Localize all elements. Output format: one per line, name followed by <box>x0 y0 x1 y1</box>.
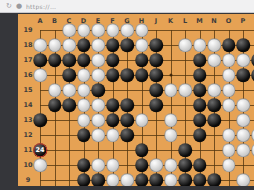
row-label-18: 18 <box>23 42 32 49</box>
white-stone-P17[interactable] <box>236 53 250 67</box>
black-stone-Q17[interactable] <box>251 53 254 67</box>
row-label-13: 13 <box>23 117 32 124</box>
black-stone-L10[interactable] <box>178 158 192 172</box>
black-stone-N13[interactable] <box>207 113 221 127</box>
row-label-16: 16 <box>23 72 32 79</box>
black-stone-B14[interactable] <box>48 98 62 112</box>
black-stone-C17[interactable] <box>62 53 76 67</box>
black-stone-H9[interactable] <box>135 173 149 186</box>
black-stone-D18[interactable] <box>77 38 91 52</box>
black-stone-D9[interactable] <box>77 173 91 186</box>
black-stone-B17[interactable] <box>48 53 62 67</box>
white-stone-E16[interactable] <box>91 68 105 82</box>
row-label-10: 10 <box>23 162 32 169</box>
white-stone-H13[interactable] <box>135 113 149 127</box>
black-stone-P18[interactable] <box>236 38 250 52</box>
white-stone-O11[interactable] <box>222 143 236 157</box>
black-stone-G18[interactable] <box>120 38 134 52</box>
white-stone-F9[interactable] <box>106 173 120 186</box>
col-label-N: N <box>211 18 216 25</box>
lock-icon: ● <box>16 3 22 10</box>
white-stone-F12[interactable] <box>106 128 120 142</box>
white-stone-P13[interactable] <box>236 113 250 127</box>
white-stone-E18[interactable] <box>91 38 105 52</box>
white-stone-A16[interactable] <box>33 68 47 82</box>
white-stone-E14[interactable] <box>91 98 105 112</box>
black-stone-F13[interactable] <box>106 113 120 127</box>
white-stone-P12[interactable] <box>236 128 250 142</box>
white-stone-E10[interactable] <box>91 158 105 172</box>
screenshot-root: ↻ ● https://… ABCDEFGHJKLMNOP19181716151… <box>0 0 254 190</box>
black-stone-N9[interactable] <box>207 173 221 186</box>
black-stone-D10[interactable] <box>77 158 91 172</box>
white-stone-G19[interactable] <box>120 23 134 37</box>
white-stone-L18[interactable] <box>178 38 192 52</box>
white-stone-D14[interactable] <box>77 98 91 112</box>
white-stone-F10[interactable] <box>106 158 120 172</box>
white-stone-O15[interactable] <box>222 83 236 97</box>
row-label-12: 12 <box>23 132 32 139</box>
white-stone-G9[interactable] <box>120 173 134 186</box>
row-label-19: 19 <box>23 27 32 34</box>
black-stone-H10[interactable] <box>135 158 149 172</box>
white-stone-E17[interactable] <box>91 53 105 67</box>
white-stone-N17[interactable] <box>207 53 221 67</box>
white-stone-Q12[interactable] <box>251 128 254 142</box>
black-stone-M15[interactable] <box>193 83 207 97</box>
black-stone-C14[interactable] <box>62 98 76 112</box>
white-stone-M18[interactable] <box>193 38 207 52</box>
white-stone-B15[interactable] <box>48 83 62 97</box>
row-label-15: 15 <box>23 87 32 94</box>
col-label-L: L <box>183 18 187 25</box>
black-stone-P16[interactable] <box>236 68 250 82</box>
white-stone-H18[interactable] <box>135 38 149 52</box>
col-label-K: K <box>168 18 173 25</box>
white-stone-O14[interactable] <box>222 98 236 112</box>
black-stone-D17[interactable] <box>77 53 91 67</box>
black-stone-A13[interactable] <box>33 113 47 127</box>
black-stone-L11[interactable] <box>178 143 192 157</box>
col-label-P: P <box>241 18 246 25</box>
black-stone-M12[interactable] <box>193 128 207 142</box>
white-stone-E12[interactable] <box>91 128 105 142</box>
white-stone-K13[interactable] <box>164 113 178 127</box>
col-label-O: O <box>226 18 232 25</box>
black-stone-G13[interactable] <box>120 113 134 127</box>
white-stone-K12[interactable] <box>164 128 178 142</box>
browser-address-bar[interactable]: ↻ ● https://… <box>0 0 254 13</box>
black-stone-M9[interactable] <box>193 173 207 186</box>
black-stone-O18[interactable] <box>222 38 236 52</box>
black-stone-H16[interactable] <box>135 68 149 82</box>
white-stone-N15[interactable] <box>207 83 221 97</box>
black-stone-C16[interactable] <box>62 68 76 82</box>
white-stone-C19[interactable] <box>62 23 76 37</box>
refresh-icon[interactable]: ↻ <box>6 3 12 10</box>
col-label-M: M <box>196 18 202 25</box>
white-stone-Q11[interactable] <box>251 143 254 157</box>
white-stone-K15[interactable] <box>164 83 178 97</box>
white-stone-L15[interactable] <box>178 83 192 97</box>
black-stone-J14[interactable] <box>149 98 163 112</box>
url-text[interactable]: https://… <box>26 3 56 10</box>
black-stone-Q16[interactable] <box>251 68 254 82</box>
col-label-A: A <box>37 18 42 25</box>
white-stone-N18[interactable] <box>207 38 221 52</box>
white-stone-O10[interactable] <box>222 158 236 172</box>
black-stone-M17[interactable] <box>193 53 207 67</box>
white-stone-E19[interactable] <box>91 23 105 37</box>
move-number-badge: 24 <box>33 143 47 157</box>
white-stone-A10[interactable] <box>33 158 47 172</box>
white-stone-P9[interactable] <box>236 173 250 186</box>
black-stone-J15[interactable] <box>149 83 163 97</box>
black-stone-L9[interactable] <box>178 173 192 186</box>
go-board[interactable]: ABCDEFGHJKLMNOP19181716151413121110924 <box>18 14 254 186</box>
white-stone-C15[interactable] <box>62 83 76 97</box>
white-stone-J10[interactable] <box>149 158 163 172</box>
black-stone-J9[interactable] <box>149 173 163 186</box>
black-stone-M14[interactable] <box>193 98 207 112</box>
black-stone-M16[interactable] <box>193 68 207 82</box>
white-stone-O17[interactable] <box>222 53 236 67</box>
black-stone-M13[interactable] <box>193 113 207 127</box>
black-stone-E15[interactable] <box>91 83 105 97</box>
black-stone-G16[interactable] <box>120 68 134 82</box>
black-stone-F17[interactable] <box>106 53 120 67</box>
white-stone-E13[interactable] <box>91 113 105 127</box>
black-stone-H11[interactable] <box>135 143 149 157</box>
black-stone-J17[interactable] <box>149 53 163 67</box>
white-stone-O16[interactable] <box>222 68 236 82</box>
white-stone-B18[interactable] <box>48 38 62 52</box>
row-label-9: 9 <box>26 177 31 184</box>
col-label-B: B <box>52 18 57 25</box>
white-stone-K10[interactable] <box>164 158 178 172</box>
white-stone-D19[interactable] <box>77 23 91 37</box>
black-stone-F16[interactable] <box>106 68 120 82</box>
white-stone-D15[interactable] <box>77 83 91 97</box>
white-stone-O12[interactable] <box>222 128 236 142</box>
white-stone-P14[interactable] <box>236 98 250 112</box>
black-stone-G12[interactable] <box>120 128 134 142</box>
black-stone-N14[interactable] <box>207 98 221 112</box>
black-stone-F18[interactable] <box>106 38 120 52</box>
black-stone-M10[interactable] <box>193 158 207 172</box>
black-stone-F14[interactable] <box>106 98 120 112</box>
black-stone-D12[interactable] <box>77 128 91 142</box>
star-point-K16 <box>169 74 172 77</box>
white-stone-D13[interactable] <box>77 113 91 127</box>
white-stone-A18[interactable] <box>33 38 47 52</box>
black-stone-A17[interactable] <box>33 53 47 67</box>
black-stone-E9[interactable] <box>91 173 105 186</box>
black-stone-G14[interactable] <box>120 98 134 112</box>
row-label-17: 17 <box>23 57 32 64</box>
white-stone-P11[interactable] <box>236 143 250 157</box>
white-stone-K9[interactable] <box>164 173 178 186</box>
white-stone-F19[interactable] <box>106 23 120 37</box>
col-label-J: J <box>155 18 157 25</box>
black-stone-J18[interactable] <box>149 38 163 52</box>
white-stone-H19[interactable] <box>135 23 149 37</box>
white-stone-D16[interactable] <box>77 68 91 82</box>
row-label-14: 14 <box>23 102 32 109</box>
black-stone-J16[interactable] <box>149 68 163 82</box>
black-stone-H17[interactable] <box>135 53 149 67</box>
row-label-11: 11 <box>23 147 32 154</box>
white-stone-C18[interactable] <box>62 38 76 52</box>
